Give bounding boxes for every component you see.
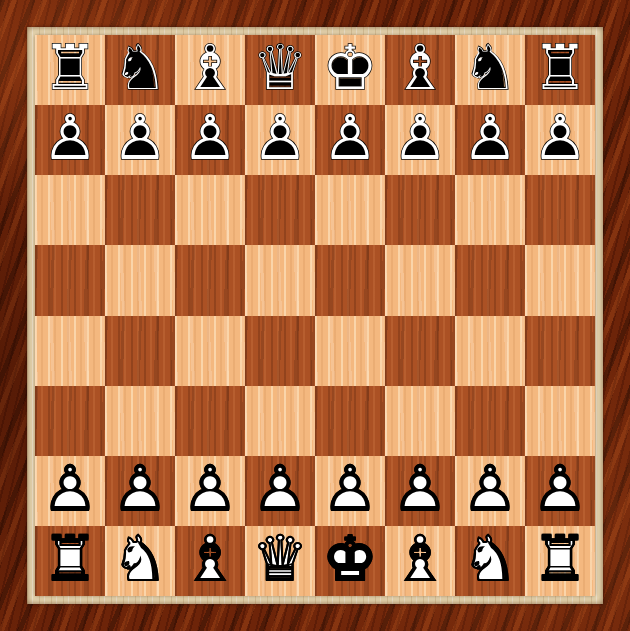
square-b6[interactable] — [105, 175, 175, 245]
piece-glyph-outline: ♖ — [35, 33, 105, 103]
piece-glyph-outline: ♙ — [245, 103, 315, 173]
square-e4[interactable] — [315, 316, 385, 386]
piece-glyph-outline: ♙ — [35, 454, 105, 524]
piece-black-pawn[interactable]: ♟♙ — [245, 105, 315, 175]
piece-glyph-outline: ♙ — [175, 454, 245, 524]
piece-black-pawn[interactable]: ♟♙ — [315, 105, 385, 175]
square-g7[interactable]: ♟♙ — [455, 105, 525, 175]
square-h7[interactable]: ♟♙ — [525, 105, 595, 175]
square-a3[interactable] — [35, 386, 105, 456]
square-f2[interactable]: ♟♙ — [385, 456, 455, 526]
piece-glyph-outline: ♙ — [525, 103, 595, 173]
square-e1[interactable]: ♚♔ — [315, 526, 385, 596]
square-c4[interactable] — [175, 316, 245, 386]
square-f3[interactable] — [385, 386, 455, 456]
square-g1[interactable]: ♞♘ — [455, 526, 525, 596]
piece-glyph-outline: ♙ — [455, 103, 525, 173]
piece-white-king[interactable]: ♚♔ — [315, 526, 385, 596]
piece-glyph-outline: ♙ — [455, 454, 525, 524]
square-h1[interactable]: ♜♖ — [525, 526, 595, 596]
piece-glyph-outline: ♔ — [315, 33, 385, 103]
piece-glyph-outline: ♘ — [455, 524, 525, 594]
square-d7[interactable]: ♟♙ — [245, 105, 315, 175]
square-g5[interactable] — [455, 245, 525, 315]
piece-white-knight[interactable]: ♞♘ — [105, 526, 175, 596]
square-c2[interactable]: ♟♙ — [175, 456, 245, 526]
square-g4[interactable] — [455, 316, 525, 386]
piece-white-bishop[interactable]: ♝♗ — [385, 526, 455, 596]
square-b8[interactable]: ♞♘ — [105, 35, 175, 105]
board-frame: ♜♖♞♘♝♗♛♕♚♔♝♗♞♘♜♖♟♙♟♙♟♙♟♙♟♙♟♙♟♙♟♙♟♙♟♙♟♙♟♙… — [0, 0, 630, 631]
piece-glyph-outline: ♗ — [175, 33, 245, 103]
square-e8[interactable]: ♚♔ — [315, 35, 385, 105]
piece-black-knight[interactable]: ♞♘ — [105, 35, 175, 105]
square-f1[interactable]: ♝♗ — [385, 526, 455, 596]
square-c7[interactable]: ♟♙ — [175, 105, 245, 175]
piece-black-pawn[interactable]: ♟♙ — [105, 105, 175, 175]
square-f4[interactable] — [385, 316, 455, 386]
square-b5[interactable] — [105, 245, 175, 315]
square-a8[interactable]: ♜♖ — [35, 35, 105, 105]
square-a6[interactable] — [35, 175, 105, 245]
piece-glyph-outline: ♙ — [245, 454, 315, 524]
board-inner-border: ♜♖♞♘♝♗♛♕♚♔♝♗♞♘♜♖♟♙♟♙♟♙♟♙♟♙♟♙♟♙♟♙♟♙♟♙♟♙♟♙… — [27, 27, 603, 604]
square-c8[interactable]: ♝♗ — [175, 35, 245, 105]
piece-black-pawn[interactable]: ♟♙ — [385, 105, 455, 175]
piece-glyph-outline: ♖ — [525, 524, 595, 594]
square-d6[interactable] — [245, 175, 315, 245]
square-b2[interactable]: ♟♙ — [105, 456, 175, 526]
chess-board: ♜♖♞♘♝♗♛♕♚♔♝♗♞♘♜♖♟♙♟♙♟♙♟♙♟♙♟♙♟♙♟♙♟♙♟♙♟♙♟♙… — [35, 35, 595, 596]
piece-glyph-outline: ♙ — [385, 103, 455, 173]
piece-glyph-outline: ♙ — [315, 454, 385, 524]
square-b4[interactable] — [105, 316, 175, 386]
piece-black-king[interactable]: ♚♔ — [315, 35, 385, 105]
piece-white-pawn[interactable]: ♟♙ — [35, 456, 105, 526]
square-a5[interactable] — [35, 245, 105, 315]
piece-glyph-outline: ♙ — [105, 103, 175, 173]
piece-glyph-outline: ♗ — [385, 33, 455, 103]
piece-black-rook[interactable]: ♜♖ — [525, 35, 595, 105]
piece-white-pawn[interactable]: ♟♙ — [315, 456, 385, 526]
piece-white-queen[interactable]: ♛♕ — [245, 526, 315, 596]
square-d8[interactable]: ♛♕ — [245, 35, 315, 105]
square-d5[interactable] — [245, 245, 315, 315]
square-f7[interactable]: ♟♙ — [385, 105, 455, 175]
square-a4[interactable] — [35, 316, 105, 386]
piece-glyph-outline: ♕ — [245, 524, 315, 594]
square-e3[interactable] — [315, 386, 385, 456]
square-h8[interactable]: ♜♖ — [525, 35, 595, 105]
piece-black-pawn[interactable]: ♟♙ — [525, 105, 595, 175]
piece-black-pawn[interactable]: ♟♙ — [175, 105, 245, 175]
piece-glyph-outline: ♘ — [105, 524, 175, 594]
piece-white-bishop[interactable]: ♝♗ — [175, 526, 245, 596]
square-f8[interactable]: ♝♗ — [385, 35, 455, 105]
piece-glyph-outline: ♔ — [315, 524, 385, 594]
square-e7[interactable]: ♟♙ — [315, 105, 385, 175]
piece-black-knight[interactable]: ♞♘ — [455, 35, 525, 105]
piece-black-queen[interactable]: ♛♕ — [245, 35, 315, 105]
piece-glyph-outline: ♙ — [105, 454, 175, 524]
square-b3[interactable] — [105, 386, 175, 456]
square-d1[interactable]: ♛♕ — [245, 526, 315, 596]
square-g6[interactable] — [455, 175, 525, 245]
piece-glyph-outline: ♗ — [175, 524, 245, 594]
square-c6[interactable] — [175, 175, 245, 245]
square-g8[interactable]: ♞♘ — [455, 35, 525, 105]
square-e6[interactable] — [315, 175, 385, 245]
piece-black-bishop[interactable]: ♝♗ — [175, 35, 245, 105]
piece-black-bishop[interactable]: ♝♗ — [385, 35, 455, 105]
piece-white-pawn[interactable]: ♟♙ — [385, 456, 455, 526]
piece-white-rook[interactable]: ♜♖ — [525, 526, 595, 596]
square-h5[interactable] — [525, 245, 595, 315]
square-a7[interactable]: ♟♙ — [35, 105, 105, 175]
piece-glyph-outline: ♖ — [35, 524, 105, 594]
piece-white-knight[interactable]: ♞♘ — [455, 526, 525, 596]
square-h2[interactable]: ♟♙ — [525, 456, 595, 526]
piece-white-pawn[interactable]: ♟♙ — [105, 456, 175, 526]
piece-glyph-outline: ♙ — [385, 454, 455, 524]
square-e5[interactable] — [315, 245, 385, 315]
square-e2[interactable]: ♟♙ — [315, 456, 385, 526]
piece-white-pawn[interactable]: ♟♙ — [525, 456, 595, 526]
square-a2[interactable]: ♟♙ — [35, 456, 105, 526]
piece-glyph-outline: ♖ — [525, 33, 595, 103]
square-b1[interactable]: ♞♘ — [105, 526, 175, 596]
square-f5[interactable] — [385, 245, 455, 315]
piece-white-pawn[interactable]: ♟♙ — [455, 456, 525, 526]
piece-glyph-outline: ♙ — [175, 103, 245, 173]
square-b7[interactable]: ♟♙ — [105, 105, 175, 175]
piece-glyph-outline: ♘ — [105, 33, 175, 103]
square-f6[interactable] — [385, 175, 455, 245]
square-h4[interactable] — [525, 316, 595, 386]
square-g2[interactable]: ♟♙ — [455, 456, 525, 526]
square-h6[interactable] — [525, 175, 595, 245]
square-d4[interactable] — [245, 316, 315, 386]
square-d3[interactable] — [245, 386, 315, 456]
piece-glyph-outline: ♙ — [315, 103, 385, 173]
square-d2[interactable]: ♟♙ — [245, 456, 315, 526]
piece-black-pawn[interactable]: ♟♙ — [455, 105, 525, 175]
piece-black-rook[interactable]: ♜♖ — [35, 35, 105, 105]
piece-glyph-outline: ♙ — [35, 103, 105, 173]
piece-glyph-outline: ♘ — [455, 33, 525, 103]
square-c5[interactable] — [175, 245, 245, 315]
piece-white-rook[interactable]: ♜♖ — [35, 526, 105, 596]
square-h3[interactable] — [525, 386, 595, 456]
piece-glyph-outline: ♗ — [385, 524, 455, 594]
piece-white-pawn[interactable]: ♟♙ — [245, 456, 315, 526]
piece-white-pawn[interactable]: ♟♙ — [175, 456, 245, 526]
square-g3[interactable] — [455, 386, 525, 456]
square-c1[interactable]: ♝♗ — [175, 526, 245, 596]
piece-black-pawn[interactable]: ♟♙ — [35, 105, 105, 175]
piece-glyph-outline: ♕ — [245, 33, 315, 103]
piece-glyph-outline: ♙ — [525, 454, 595, 524]
square-a1[interactable]: ♜♖ — [35, 526, 105, 596]
square-c3[interactable] — [175, 386, 245, 456]
